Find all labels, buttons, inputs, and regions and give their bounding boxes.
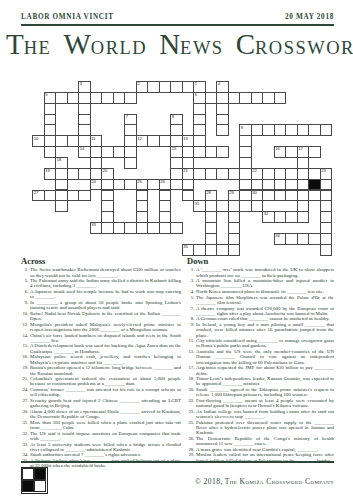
cell-number: 34 <box>275 234 280 238</box>
cell-number: 16 <box>275 147 280 151</box>
clue-number: 23. <box>187 409 195 420</box>
clue-text: The US said it would impose sanctions on… <box>30 431 181 442</box>
clue-number: 15. <box>21 343 29 354</box>
clue-text: A theatre company was awarded €20,000 by… <box>196 306 334 317</box>
down-heading: Down <box>187 259 334 264</box>
clue-text: Security guards beat and injured 2 Chine… <box>30 398 181 409</box>
clue-text: The Swiss watchmaker Richemont destroyed… <box>30 267 181 278</box>
clue-number: 8. <box>187 316 195 321</box>
clue-number: 7. <box>187 306 195 317</box>
clue-text: More than 100 people were killed when a … <box>30 420 181 431</box>
cell-number: 33 <box>91 223 96 227</box>
cell-number: 4 <box>218 82 220 86</box>
grid-cell[interactable] <box>78 190 91 202</box>
grid-cell[interactable] <box>308 146 321 158</box>
clue-text: At least 5 university students were kill… <box>30 442 181 453</box>
clue-number: 33. <box>21 442 29 453</box>
masthead-motto: LABOR OMNIA VINCIT <box>21 13 114 21</box>
cell-number: 35 <box>183 245 188 249</box>
clue-text: The Japanese film Shoplifters was awarde… <box>196 295 334 306</box>
clue-item: 20.Saudi ________ agreed to the Ethiopia… <box>187 387 334 398</box>
copyright-text: © 2018, The Komiža Crossword Company <box>195 477 334 486</box>
clue-item: 32.The US said it would impose sanctions… <box>21 431 181 442</box>
cell-number: 22 <box>252 169 257 173</box>
cell-number: 32 <box>264 212 269 216</box>
clue-item: 5.The Pakistani army said the Indian arm… <box>21 278 181 289</box>
title-word: CROSSWORD <box>236 28 353 60</box>
clue-number: 3. <box>187 278 195 289</box>
clue-item: 18.Timor-Leste's independence leader, Xa… <box>187 376 334 387</box>
cell-number: 27 <box>34 191 39 195</box>
clue-text: Timor-Leste's independence leader, Xanan… <box>196 376 334 387</box>
cell-number: 26 <box>160 180 165 184</box>
clue-text: Fast-flowing ________ meant at least 4 p… <box>196 398 334 409</box>
clue-number: 6. <box>21 289 29 300</box>
cell-number: 5 <box>45 93 47 97</box>
clue-text: A German court ruled that ________ canno… <box>196 316 334 321</box>
clue-number: 28. <box>187 447 195 452</box>
clue-item: 25.Pakistan protested over threatened wa… <box>187 420 334 436</box>
clue-number: 27. <box>21 398 29 409</box>
clue-number: 22. <box>187 398 195 409</box>
clue-text: The Pakistani army said the Indian army … <box>30 278 181 289</box>
clue-item: 13.Australia and the US were the only me… <box>187 349 334 365</box>
clue-item: 12.Mongolia's president asked Malaysia's… <box>21 322 181 333</box>
cell-number: 31 <box>195 202 200 206</box>
clue-text: A Dutch development bank was sued for ba… <box>30 343 181 354</box>
clue-number: 10. <box>21 311 29 322</box>
across-clue-list: 2.The Swiss watchmaker Richemont destroy… <box>21 267 181 468</box>
clue-text: North Korea announced plans to dismantle… <box>196 289 334 294</box>
cell-number: 19 <box>45 169 50 173</box>
clue-number: 26. <box>187 436 195 447</box>
clue-item: 28.A mass grave was identified near Gamb… <box>187 447 334 452</box>
cell-number: 10 <box>34 137 39 141</box>
clue-number: 31. <box>21 420 29 431</box>
clue-item: 7.A theatre company was awarded €20,000 … <box>187 306 334 317</box>
clue-number: 18. <box>187 376 195 387</box>
clue-item: 34.Saudi authorities arrested 7 ________… <box>21 452 181 457</box>
cell-number: 20 <box>103 169 108 173</box>
clue-item: 11.City officials considered using _____… <box>187 338 334 349</box>
clue-item: 15.A Dutch development bank was sued for… <box>21 343 181 354</box>
down-clues-column: Down 1.A '________-free' mark was introd… <box>187 259 334 463</box>
clue-item: 9.In ________, a group of about 50 peopl… <box>21 300 181 311</box>
clue-text: An Indian college was banned from holdin… <box>196 409 334 420</box>
cell-number: 8 <box>172 115 174 119</box>
clue-number: 13. <box>187 349 195 365</box>
clue-item: 1.A '________-free' mark was introduced … <box>187 267 334 278</box>
clue-item: 2.The Swiss watchmaker Richemont destroy… <box>21 267 181 278</box>
cell-number: 11 <box>91 137 95 141</box>
clue-item: 26.The Democratic Republic of the Congo'… <box>187 436 334 447</box>
clue-number: 16. <box>21 354 29 365</box>
clue-number: 1. <box>187 267 195 278</box>
clue-item: 23.An Indian college was banned from hol… <box>187 409 334 420</box>
cell-number: 25 <box>137 180 142 184</box>
clue-number: 4. <box>187 289 195 294</box>
grid-cell[interactable] <box>124 92 137 104</box>
masthead-date: 20 MAY 2018 <box>285 13 334 21</box>
title-word: THE <box>6 28 51 60</box>
grid-cell[interactable] <box>170 222 183 234</box>
logo-black-square <box>22 480 34 492</box>
clue-number: 5. <box>187 295 195 306</box>
clue-text: The Democratic Republic of the Congo's m… <box>196 436 334 447</box>
clue-number: 9. <box>187 322 195 338</box>
across-heading: Across <box>21 259 181 264</box>
footer-logo <box>21 467 48 494</box>
logo-letter-c <box>34 480 46 492</box>
footer-rule <box>21 461 334 463</box>
clue-text: Pakistan protested over threatened water… <box>196 420 334 436</box>
logo-black-square <box>34 468 46 480</box>
clue-text: Australia and the US were the only membe… <box>196 349 334 365</box>
clue-item: 31.More than 100 people were killed when… <box>21 420 181 431</box>
cell-number: 29 <box>229 191 234 195</box>
clue-text: Malaysian police seized cash, jewellery,… <box>30 354 181 365</box>
clue-item: 16.Malaysian police seized cash, jewelle… <box>21 354 181 365</box>
grid-cell[interactable] <box>320 244 333 256</box>
clue-item: 21.Colombia's government ordered the eva… <box>21 376 181 387</box>
grid-cell[interactable] <box>320 124 333 136</box>
clue-item: 6.A Japanese monk sued his temple becaus… <box>21 289 181 300</box>
cell-number: 7 <box>126 115 128 119</box>
clue-text: In Ireland, a young boy and a man piloti… <box>196 322 334 338</box>
masthead-rule <box>21 24 334 26</box>
clue-number: 17. <box>187 365 195 376</box>
clue-item: 4.North Korea announced plans to dismant… <box>187 289 334 294</box>
clue-item: 5.The Japanese film Shoplifters was awar… <box>187 295 334 306</box>
clue-number: 5. <box>21 278 29 289</box>
cell-number: 1 <box>195 82 197 86</box>
clue-item: 22.Fast-flowing ________ meant at least … <box>187 398 334 409</box>
newspaper-crossword-page: { "game": "crossword (free-form / skelet… <box>0 0 353 500</box>
cell-number: 6 <box>195 93 197 97</box>
clue-item: 10.Rafael Nadal beat Novak Djokovic in t… <box>21 311 181 322</box>
clue-number: 14. <box>21 333 29 344</box>
clue-text: A mass grave was identified near Gambia'… <box>196 447 334 452</box>
clue-item: 30.About 4,000 doses of an experimental … <box>21 409 181 420</box>
clue-text: Argentina requested the IMF for about $3… <box>196 365 334 376</box>
cell-number: 17 <box>298 147 303 151</box>
title-word: WORLD <box>63 28 147 60</box>
clue-text: Comoros' former ________ was arrested fo… <box>30 387 181 398</box>
clue-text: Saudi authorities arrested 7 ________'s … <box>30 452 181 457</box>
clue-number: 11. <box>187 338 195 349</box>
clue-item: 14.China's air force landed bombers on d… <box>21 333 181 344</box>
clue-text: Colombia's government ordered the evacua… <box>30 376 181 387</box>
clue-item: 24.Comoros' former ________ was arrested… <box>21 387 181 398</box>
grid-cell[interactable] <box>228 244 241 256</box>
page-title: THEWORLDNEWSCROSSWORD <box>0 28 353 60</box>
cell-number: 24 <box>91 180 96 184</box>
clue-text: Mongolia's president asked Malaysia's ne… <box>30 322 181 333</box>
title-word: NEWS <box>159 28 224 60</box>
clue-text: A mountain lion killed a mountain-biker … <box>196 278 334 289</box>
clue-text: About 4,000 doses of an experimental Ebo… <box>30 409 181 420</box>
clue-number: 32. <box>21 431 29 442</box>
crossword-grid: 3214567891011121314151617181920212223242… <box>32 81 334 257</box>
grid-cell[interactable] <box>274 92 287 104</box>
cell-number: 18 <box>57 158 62 162</box>
cell-number: 23 <box>321 169 326 173</box>
clue-number: 34. <box>21 452 29 457</box>
clue-item: 27.Security guards beat and injured 2 Ch… <box>21 398 181 409</box>
grid-cell[interactable] <box>216 124 229 136</box>
cell-number: 28 <box>206 191 211 195</box>
cell-number: 3 <box>80 82 82 86</box>
clue-item: 9.In Ireland, a young boy and a man pilo… <box>187 322 334 338</box>
logo-letter-k <box>22 468 34 480</box>
cell-number: 2 <box>137 82 139 86</box>
grid-cell[interactable] <box>297 211 310 223</box>
clue-item: 33.At least 5 university students were k… <box>21 442 181 453</box>
clue-number: 9. <box>21 300 29 311</box>
clue-number: 24. <box>21 387 29 398</box>
clue-number: 21. <box>21 376 29 387</box>
clue-text: Russia's president opened a 12 kilometre… <box>30 365 181 376</box>
clue-number: 20. <box>187 387 195 398</box>
clue-item: 17.Argentina requested the IMF for about… <box>187 365 334 376</box>
clue-text: A '________-free' mark was introduced in… <box>196 267 334 278</box>
clue-number: 19. <box>21 365 29 376</box>
grid-cell[interactable] <box>216 146 229 158</box>
grid-cell[interactable] <box>124 157 137 169</box>
clue-item: 8.A German court ruled that ________ can… <box>187 316 334 321</box>
grid-cell[interactable] <box>55 200 68 212</box>
clue-text: In ________, a group of about 50 people … <box>30 300 181 311</box>
cell-number: 21 <box>183 169 188 173</box>
clue-text: A Japanese monk sued his temple because … <box>30 289 181 300</box>
clue-number: 25. <box>187 420 195 436</box>
across-clues-column: Across 2.The Swiss watchmaker Richemont … <box>21 259 181 469</box>
clue-number: 2. <box>21 267 29 278</box>
clue-text: China's air force landed bombers on disp… <box>30 333 181 344</box>
clue-item: 3.A mountain lion killed a mountain-bike… <box>187 278 334 289</box>
cell-number: 9 <box>241 126 243 130</box>
clue-text: Saudi ________ agreed to the Ethiopian p… <box>196 387 334 398</box>
clue-text: City officials considered using ________… <box>196 338 334 349</box>
clue-number: 12. <box>21 322 29 333</box>
down-clue-list: 1.A '________-free' mark was introduced … <box>187 267 334 463</box>
cell-number: 12 <box>137 137 142 141</box>
cell-number: 14 <box>80 147 85 151</box>
cell-number: 15 <box>172 147 177 151</box>
cell-number: 13 <box>183 137 188 141</box>
clue-item: 19.Russia's president opened a 12 kilome… <box>21 365 181 376</box>
cell-number: 30 <box>252 191 257 195</box>
clue-text: Rafael Nadal beat Novak Djokovic in the … <box>30 311 181 322</box>
clue-number: 30. <box>21 409 29 420</box>
